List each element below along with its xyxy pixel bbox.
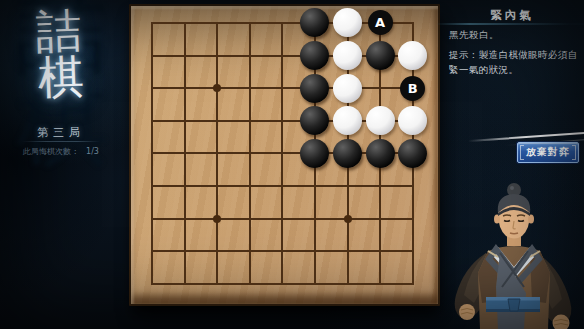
sidebar: 詰 棋 詰 棋 第三局 此局悔棋次數：1/3 — [0, 0, 126, 329]
board-point-b7[interactable] — [168, 202, 201, 235]
board-point-d4[interactable] — [233, 104, 266, 137]
board-point-b6[interactable] — [168, 170, 201, 203]
board-point-a2[interactable] — [136, 39, 169, 72]
title-calligraphy-char1: 詰 — [35, 7, 83, 55]
board-point-g3 — [331, 72, 364, 105]
board-point-d6[interactable] — [233, 170, 266, 203]
board-point-i7[interactable] — [396, 202, 429, 235]
board-point-c2[interactable] — [201, 39, 234, 72]
black-stone — [366, 139, 395, 168]
puzzle-title-divider — [437, 23, 584, 25]
board-point-e4[interactable] — [266, 104, 299, 137]
board-point-b5[interactable] — [168, 137, 201, 170]
board-point-c6[interactable] — [201, 170, 234, 203]
board-point-h2 — [364, 39, 397, 72]
board-point-f3 — [299, 72, 332, 105]
white-stone — [398, 106, 427, 135]
board-point-g1 — [331, 7, 364, 40]
game-screen: 詰 棋 詰 棋 第三局 此局悔棋次數：1/3 AB 緊內氣 黑先殺白。 提示：製… — [0, 0, 584, 329]
board-point-b1[interactable] — [168, 7, 201, 40]
white-stone — [366, 106, 395, 135]
board-point-f2 — [299, 39, 332, 72]
board-point-h7[interactable] — [364, 202, 397, 235]
board-point-e7[interactable] — [266, 202, 299, 235]
black-stone — [333, 139, 362, 168]
board-point-c8[interactable] — [201, 235, 234, 268]
board-point-i8[interactable] — [396, 235, 429, 268]
board-point-h8[interactable] — [364, 235, 397, 268]
board-point-b2[interactable] — [168, 39, 201, 72]
go-board[interactable]: AB — [129, 4, 440, 306]
board-point-h1[interactable]: A — [364, 7, 397, 40]
board-point-c9[interactable] — [201, 267, 234, 300]
board-point-i3[interactable]: B — [396, 72, 429, 105]
board-point-g5 — [331, 137, 364, 170]
board-point-h9[interactable] — [364, 267, 397, 300]
undo-counter-label: 此局悔棋次數： — [23, 147, 79, 156]
board-grid[interactable]: AB — [136, 7, 429, 300]
black-stone — [300, 139, 329, 168]
board-point-i9[interactable] — [396, 267, 429, 300]
board-point-c5[interactable] — [201, 137, 234, 170]
board-point-f9[interactable] — [299, 267, 332, 300]
white-stone — [333, 106, 362, 135]
board-point-i2 — [396, 39, 429, 72]
board-point-f8[interactable] — [299, 235, 332, 268]
undo-counter: 此局悔棋次數：1/3 — [0, 146, 122, 157]
board-point-f7[interactable] — [299, 202, 332, 235]
board-point-f1 — [299, 7, 332, 40]
board-point-d2[interactable] — [233, 39, 266, 72]
board-point-c4[interactable] — [201, 104, 234, 137]
board-point-e1[interactable] — [266, 7, 299, 40]
board-point-d9[interactable] — [233, 267, 266, 300]
board-point-g7[interactable] — [331, 202, 364, 235]
board-point-c3[interactable] — [201, 72, 234, 105]
puzzle-objective: 黑先殺白。 — [449, 29, 581, 42]
white-stone — [333, 74, 362, 103]
puzzle-title: 緊內氣 — [440, 8, 584, 23]
board-point-e5[interactable] — [266, 137, 299, 170]
board-point-i4 — [396, 104, 429, 137]
undo-counter-value: 1/3 — [86, 147, 99, 156]
black-stone — [300, 8, 329, 37]
board-point-c7[interactable] — [201, 202, 234, 235]
board-point-i1[interactable] — [396, 7, 429, 40]
board-point-d3[interactable] — [233, 72, 266, 105]
board-point-f6[interactable] — [299, 170, 332, 203]
board-point-e8[interactable] — [266, 235, 299, 268]
board-point-e3[interactable] — [266, 72, 299, 105]
board-point-e2[interactable] — [266, 39, 299, 72]
round-label: 第三局 — [0, 125, 122, 140]
board-point-a6[interactable] — [136, 170, 169, 203]
board-point-h5 — [364, 137, 397, 170]
board-point-h4 — [364, 104, 397, 137]
board-point-g2 — [331, 39, 364, 72]
black-stone — [398, 139, 427, 168]
board-point-g9[interactable] — [331, 267, 364, 300]
board-point-f5 — [299, 137, 332, 170]
board-point-a8[interactable] — [136, 235, 169, 268]
board-point-a4[interactable] — [136, 104, 169, 137]
board-point-b3[interactable] — [168, 72, 201, 105]
board-point-d1[interactable] — [233, 7, 266, 40]
board-point-e9[interactable] — [266, 267, 299, 300]
board-point-i5 — [396, 137, 429, 170]
board-point-a9[interactable] — [136, 267, 169, 300]
puzzle-hint: 提示：製造白棋做眼時必須自緊一氣的狀況。 — [449, 47, 583, 78]
character-portrait — [440, 183, 584, 329]
title-calligraphy-char2: 棋 — [37, 53, 85, 101]
choice-marker-B[interactable]: B — [400, 76, 425, 101]
sidebar-divider — [22, 141, 100, 142]
board-point-f4 — [299, 104, 332, 137]
board-point-b4[interactable] — [168, 104, 201, 137]
white-stone — [333, 41, 362, 70]
board-point-b8[interactable] — [168, 235, 201, 268]
black-stone — [366, 41, 395, 70]
board-point-d5[interactable] — [233, 137, 266, 170]
board-point-g4 — [331, 104, 364, 137]
board-point-i6[interactable] — [396, 170, 429, 203]
black-stone — [300, 41, 329, 70]
white-stone — [398, 41, 427, 70]
board-point-d8[interactable] — [233, 235, 266, 268]
board-point-c1[interactable] — [201, 7, 234, 40]
board-point-b9[interactable] — [168, 267, 201, 300]
white-stone — [333, 8, 362, 37]
black-stone — [300, 106, 329, 135]
board-point-g8[interactable] — [331, 235, 364, 268]
board-point-h3[interactable] — [364, 72, 397, 105]
board-point-a7[interactable] — [136, 202, 169, 235]
board-point-d7[interactable] — [233, 202, 266, 235]
board-point-h6[interactable] — [364, 170, 397, 203]
board-point-a1[interactable] — [136, 7, 169, 40]
board-point-e6[interactable] — [266, 170, 299, 203]
board-point-a3[interactable] — [136, 72, 169, 105]
black-stone — [300, 74, 329, 103]
board-point-a5[interactable] — [136, 137, 169, 170]
board-point-g6[interactable] — [331, 170, 364, 203]
choice-marker-A[interactable]: A — [368, 10, 393, 35]
give-up-button[interactable]: 放棄對弈 — [517, 142, 579, 163]
